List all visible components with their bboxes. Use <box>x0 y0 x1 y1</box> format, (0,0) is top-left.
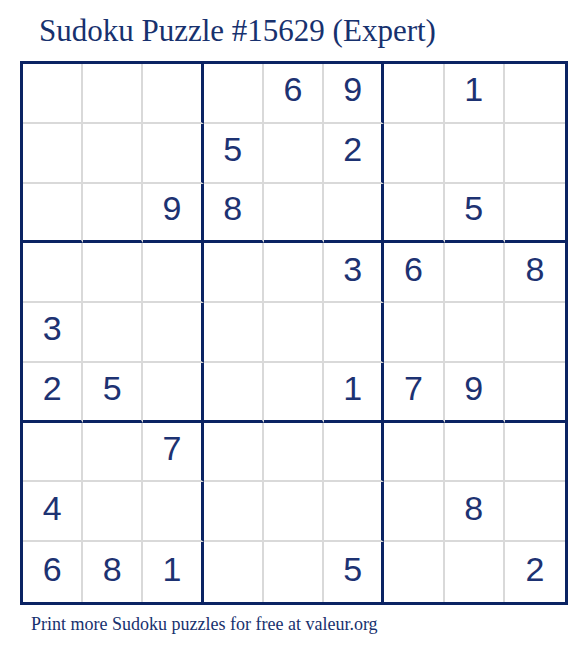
cell-r9c7[interactable] <box>384 542 444 602</box>
cell-r1c5: 6 <box>264 64 324 124</box>
cell-r8c3[interactable] <box>143 482 203 542</box>
cell-r3c1[interactable] <box>23 184 83 244</box>
cell-r3c8: 5 <box>445 184 505 244</box>
sudoku-page: Sudoku Puzzle #15629 (Expert) 6915298536… <box>0 0 580 651</box>
cell-r8c4[interactable] <box>204 482 264 542</box>
cell-r2c2[interactable] <box>83 124 143 184</box>
cell-r1c6: 9 <box>324 64 384 124</box>
cell-r1c3[interactable] <box>143 64 203 124</box>
cell-r9c6: 5 <box>324 542 384 602</box>
cell-r4c8[interactable] <box>445 243 505 303</box>
cell-r4c2[interactable] <box>83 243 143 303</box>
cell-r7c3: 7 <box>143 423 203 483</box>
cell-r5c7[interactable] <box>384 303 444 363</box>
cell-r7c4[interactable] <box>204 423 264 483</box>
cell-r1c4[interactable] <box>204 64 264 124</box>
cell-r8c9[interactable] <box>505 482 565 542</box>
cell-r4c7: 6 <box>384 243 444 303</box>
cell-r1c1[interactable] <box>23 64 83 124</box>
cell-r6c6: 1 <box>324 363 384 423</box>
cell-r8c1: 4 <box>23 482 83 542</box>
cell-r2c6: 2 <box>324 124 384 184</box>
cell-r4c9: 8 <box>505 243 565 303</box>
cell-r5c8[interactable] <box>445 303 505 363</box>
sudoku-board: 6915298536832517974868152 <box>20 61 568 605</box>
cell-r6c7: 7 <box>384 363 444 423</box>
cell-r6c3[interactable] <box>143 363 203 423</box>
cell-r2c8[interactable] <box>445 124 505 184</box>
cell-r9c2: 8 <box>83 542 143 602</box>
cell-r8c8: 8 <box>445 482 505 542</box>
cell-r9c1: 6 <box>23 542 83 602</box>
cell-r6c1: 2 <box>23 363 83 423</box>
cell-r6c2: 5 <box>83 363 143 423</box>
cell-r2c4: 5 <box>204 124 264 184</box>
cell-r4c4[interactable] <box>204 243 264 303</box>
cell-r8c2[interactable] <box>83 482 143 542</box>
cell-r4c6: 3 <box>324 243 384 303</box>
cell-r5c2[interactable] <box>83 303 143 363</box>
cell-r1c2[interactable] <box>83 64 143 124</box>
cell-r7c6[interactable] <box>324 423 384 483</box>
cell-r7c7[interactable] <box>384 423 444 483</box>
cell-r1c9[interactable] <box>505 64 565 124</box>
cell-r6c9[interactable] <box>505 363 565 423</box>
cell-r5c1: 3 <box>23 303 83 363</box>
cell-r9c8[interactable] <box>445 542 505 602</box>
cell-r7c5[interactable] <box>264 423 324 483</box>
cell-r5c4[interactable] <box>204 303 264 363</box>
footer-text: Print more Sudoku puzzles for free at va… <box>31 614 378 635</box>
cell-r9c4[interactable] <box>204 542 264 602</box>
cell-r1c7[interactable] <box>384 64 444 124</box>
cell-r4c1[interactable] <box>23 243 83 303</box>
cell-r6c4[interactable] <box>204 363 264 423</box>
cell-r5c6[interactable] <box>324 303 384 363</box>
cell-r3c4: 8 <box>204 184 264 244</box>
cell-r2c9[interactable] <box>505 124 565 184</box>
cell-r4c5[interactable] <box>264 243 324 303</box>
cell-r3c6[interactable] <box>324 184 384 244</box>
cell-r5c5[interactable] <box>264 303 324 363</box>
cell-r3c9[interactable] <box>505 184 565 244</box>
cell-r3c7[interactable] <box>384 184 444 244</box>
cell-r4c3[interactable] <box>143 243 203 303</box>
cell-r8c7[interactable] <box>384 482 444 542</box>
cell-r9c9: 2 <box>505 542 565 602</box>
cell-r6c8: 9 <box>445 363 505 423</box>
page-title: Sudoku Puzzle #15629 (Expert) <box>39 13 436 49</box>
cell-r7c2[interactable] <box>83 423 143 483</box>
cell-r2c5[interactable] <box>264 124 324 184</box>
cell-r2c3[interactable] <box>143 124 203 184</box>
cell-r8c6[interactable] <box>324 482 384 542</box>
cell-r3c3: 9 <box>143 184 203 244</box>
cell-r3c2[interactable] <box>83 184 143 244</box>
cell-r1c8: 1 <box>445 64 505 124</box>
cell-r7c8[interactable] <box>445 423 505 483</box>
cell-r5c9[interactable] <box>505 303 565 363</box>
cell-r6c5[interactable] <box>264 363 324 423</box>
cell-r2c7[interactable] <box>384 124 444 184</box>
cell-r9c5[interactable] <box>264 542 324 602</box>
cell-r9c3: 1 <box>143 542 203 602</box>
cell-r3c5[interactable] <box>264 184 324 244</box>
cell-r7c9[interactable] <box>505 423 565 483</box>
cell-r2c1[interactable] <box>23 124 83 184</box>
cell-r7c1[interactable] <box>23 423 83 483</box>
cell-r8c5[interactable] <box>264 482 324 542</box>
cell-r5c3[interactable] <box>143 303 203 363</box>
